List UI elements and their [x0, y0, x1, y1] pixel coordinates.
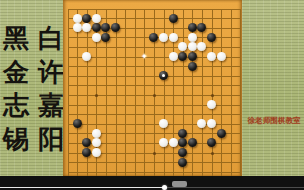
star-point	[153, 94, 156, 97]
black-stone	[207, 33, 216, 42]
black-stone	[188, 52, 197, 61]
tatami-left-panel: 黑 金 志 锡 白 许 嘉 阳	[0, 0, 63, 190]
black-stone	[188, 138, 197, 147]
grid-line	[68, 114, 241, 115]
sparkle-marker: ✦	[140, 52, 149, 61]
white-stone	[92, 129, 101, 138]
black-stone	[217, 129, 226, 138]
black-stone	[197, 23, 206, 32]
star-point	[211, 94, 214, 97]
video-progress-played	[0, 187, 164, 189]
black-stone	[188, 23, 197, 32]
grid-line	[221, 9, 222, 182]
white-stone	[207, 119, 216, 128]
star-point	[211, 152, 214, 155]
white-stone	[217, 52, 226, 61]
video-progress-scrubber[interactable]	[162, 185, 167, 190]
black-stone	[178, 148, 187, 157]
black-stone	[169, 14, 178, 23]
black-stone	[178, 138, 187, 147]
tatami-right-panel	[242, 0, 304, 190]
white-stone	[178, 42, 187, 51]
grid-line	[240, 9, 241, 182]
black-stone	[178, 129, 187, 138]
black-stone	[82, 138, 91, 147]
grid-line	[202, 9, 203, 182]
black-stone	[82, 148, 91, 157]
video-frame: { "game": "go", "app": "go-lesson-video"…	[0, 0, 304, 190]
white-stone	[169, 33, 178, 42]
white-stone	[159, 119, 168, 128]
star-point	[153, 152, 156, 155]
white-stone	[188, 33, 197, 42]
grid-line	[68, 162, 241, 163]
white-stone	[82, 52, 91, 61]
white-stone	[169, 138, 178, 147]
playback-indicator[interactable]	[172, 181, 187, 187]
black-stone	[73, 119, 82, 128]
white-stone	[92, 148, 101, 157]
white-stone	[82, 23, 91, 32]
white-stone	[92, 14, 101, 23]
white-stone	[188, 42, 197, 51]
black-stone	[149, 33, 158, 42]
black-stone	[101, 23, 110, 32]
white-stone	[159, 138, 168, 147]
white-stone	[92, 33, 101, 42]
black-stone	[178, 158, 187, 167]
black-stone	[188, 62, 197, 71]
black-stone	[207, 138, 216, 147]
white-stone	[169, 52, 178, 61]
video-control-bar[interactable]	[0, 176, 304, 190]
grid-line	[68, 172, 241, 173]
black-stone	[101, 33, 110, 42]
last-move-marker	[162, 74, 165, 77]
black-stone	[159, 71, 168, 80]
white-stone	[73, 23, 82, 32]
white-stone	[73, 14, 82, 23]
black-stone	[82, 14, 91, 23]
grid-line	[231, 9, 232, 182]
black-stone	[178, 52, 187, 61]
black-stone	[111, 23, 120, 32]
star-point	[95, 94, 98, 97]
white-stone	[159, 33, 168, 42]
black-stone	[92, 23, 101, 32]
white-stone	[92, 138, 101, 147]
white-stone	[197, 119, 206, 128]
white-stone	[197, 42, 206, 51]
watermark-text: 徐老师围棋教室	[245, 115, 303, 125]
white-stone	[207, 100, 216, 109]
go-board: ✦	[63, 0, 242, 176]
black-player-name: 黑 金 志 锡	[0, 22, 33, 156]
white-stone	[207, 52, 216, 61]
